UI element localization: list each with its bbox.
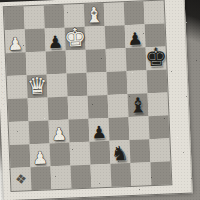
white-queen[interactable]: ♛ — [27, 74, 48, 98]
black-pawn[interactable]: ♟ — [45, 28, 66, 52]
pieces-layer: ❖ ♟♟♚♝♟♚♛♟♟♝♟♞ — [4, 0, 172, 191]
black-bishop[interactable]: ♝ — [128, 93, 149, 117]
chess-board: ········ ❖ ♟♟♚♝♟♚♛♟♟♝♟♞ — [0, 0, 193, 200]
white-bishop[interactable]: ♝ — [84, 3, 105, 27]
black-pawn[interactable]: ♟ — [125, 24, 146, 48]
black-knight[interactable]: ♞ — [109, 140, 130, 164]
photo-background: ········ ❖ ♟♟♚♝♟♚♛♟♟♝♟♞ — [0, 0, 200, 200]
black-king[interactable]: ♚ — [146, 46, 167, 70]
white-pawn[interactable]: ♟ — [49, 120, 70, 144]
white-king[interactable]: ♚ — [65, 27, 86, 51]
white-pawn[interactable]: ♟ — [5, 29, 26, 53]
corner-emblem-icon: ❖ — [10, 167, 32, 192]
white-pawn[interactable]: ♟ — [30, 143, 51, 167]
photo-noise-speckles — [0, 0, 1, 1]
black-pawn[interactable]: ♟ — [89, 118, 110, 142]
